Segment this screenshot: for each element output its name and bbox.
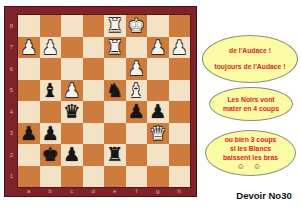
board-squares: ♜♚♟♟♜♟♟♟♝♟♞♝♛♟♟♟♟♛♚♟♜ [18, 15, 190, 187]
square-e1 [104, 166, 126, 188]
square-b7: ♟ [40, 37, 62, 59]
square-g6 [147, 58, 169, 80]
square-c6 [61, 58, 83, 80]
square-a1 [18, 166, 40, 188]
square-f8: ♚ [126, 15, 148, 37]
square-g4: ♟ [147, 101, 169, 123]
square-d2 [83, 144, 105, 166]
rank-label-2: 2 [5, 144, 18, 166]
bubble3-line1: ou bien 3 coups [225, 135, 277, 144]
white-rook-e7: ♜ [104, 37, 126, 59]
bubble2-line2: mater en 4 coups [223, 104, 279, 113]
white-pawn-g7: ♟ [147, 37, 169, 59]
black-king-b2: ♚ [40, 144, 62, 166]
file-label-d: d [83, 187, 105, 196]
bubble3-line3: baissent les bras [223, 153, 278, 162]
white-rook-e8: ♜ [104, 15, 126, 37]
square-h7: ♟ [169, 37, 191, 59]
square-g1 [147, 166, 169, 188]
square-d5 [83, 80, 105, 102]
square-c5: ♟ [61, 80, 83, 102]
rank-label-3: 3 [5, 123, 18, 145]
black-pawn-f4: ♟ [126, 101, 148, 123]
bubble2-line1: Les Noirs vont [227, 95, 274, 104]
annotation-bubble-mate-in-4: Les Noirs vont mater en 4 coups [209, 87, 293, 121]
square-a5 [18, 80, 40, 102]
file-label-f: f [126, 187, 148, 196]
black-bishop-b5: ♝ [40, 80, 62, 102]
exercise-caption: Devoir No30 [230, 190, 298, 201]
square-b4 [40, 101, 62, 123]
square-c2: ♟ [61, 144, 83, 166]
rank-label-6: 6 [5, 58, 18, 80]
square-e5: ♞ [104, 80, 126, 102]
square-g5 [147, 80, 169, 102]
white-pawn-a7: ♟ [18, 37, 40, 59]
square-c4: ♛ [61, 101, 83, 123]
bubble1-line2: toujours de l'Audace ! [214, 63, 285, 71]
file-label-c: c [61, 187, 83, 196]
smiley-icons: ☺ ☺ [237, 162, 265, 171]
square-g8 [147, 15, 169, 37]
bubble1-line1: de l'Audace ! [229, 47, 271, 55]
square-h4 [169, 101, 191, 123]
square-b6 [40, 58, 62, 80]
black-pawn-b3: ♟ [40, 123, 62, 145]
square-e6 [104, 58, 126, 80]
bubble3-line2: si les Blancs [230, 144, 271, 153]
file-label-b: b [40, 187, 62, 196]
square-d4 [83, 101, 105, 123]
square-f4: ♟ [126, 101, 148, 123]
square-c1 [61, 166, 83, 188]
square-b8 [40, 15, 62, 37]
white-pawn-b7: ♟ [40, 37, 62, 59]
white-king-f8: ♚ [126, 15, 148, 37]
square-c8 [61, 15, 83, 37]
square-h5 [169, 80, 191, 102]
square-h1 [169, 166, 191, 188]
black-rook-e2: ♜ [104, 144, 126, 166]
white-bishop-f5: ♝ [126, 80, 148, 102]
square-e7: ♜ [104, 37, 126, 59]
file-label-g: g [147, 187, 169, 196]
square-a6 [18, 58, 40, 80]
square-h2 [169, 144, 191, 166]
square-b3: ♟ [40, 123, 62, 145]
square-g2 [147, 144, 169, 166]
square-e4 [104, 101, 126, 123]
square-a3: ♟ [18, 123, 40, 145]
square-d1 [83, 166, 105, 188]
rank-labels: 87654321 [5, 15, 18, 187]
chess-board: 87654321 ♜♚♟♟♜♟♟♟♝♟♞♝♛♟♟♟♟♛♚♟♜ abcdefgh [4, 6, 197, 197]
white-pawn-h7: ♟ [169, 37, 191, 59]
square-d8 [83, 15, 105, 37]
square-a4 [18, 101, 40, 123]
square-f5: ♝ [126, 80, 148, 102]
file-label-e: e [104, 187, 126, 196]
annotation-bubble-3-coups: ou bien 3 coups si les Blancs baissent l… [205, 130, 296, 176]
square-b2: ♚ [40, 144, 62, 166]
square-g3: ♛ [147, 123, 169, 145]
white-queen-g3: ♛ [147, 123, 169, 145]
square-f2 [126, 144, 148, 166]
square-b5: ♝ [40, 80, 62, 102]
square-h6 [169, 58, 191, 80]
square-c7 [61, 37, 83, 59]
black-pawn-g4: ♟ [147, 101, 169, 123]
square-e3 [104, 123, 126, 145]
black-queen-c4: ♛ [61, 101, 83, 123]
rank-label-4: 4 [5, 101, 18, 123]
square-b1 [40, 166, 62, 188]
file-label-a: a [18, 187, 40, 196]
square-a8 [18, 15, 40, 37]
rank-label-5: 5 [5, 80, 18, 102]
square-a7: ♟ [18, 37, 40, 59]
file-label-h: h [169, 187, 191, 196]
square-d7 [83, 37, 105, 59]
rank-label-8: 8 [5, 15, 18, 37]
black-pawn-c2: ♟ [61, 144, 83, 166]
square-d3 [83, 123, 105, 145]
white-pawn-f6: ♟ [126, 58, 148, 80]
square-f1 [126, 166, 148, 188]
file-labels: abcdefgh [18, 187, 190, 196]
black-pawn-a3: ♟ [18, 123, 40, 145]
square-f7 [126, 37, 148, 59]
white-pawn-c5: ♟ [61, 80, 83, 102]
annotation-bubble-audace: de l'Audace ! toujours de l'Audace ! [202, 35, 298, 83]
square-a2 [18, 144, 40, 166]
black-knight-e5: ♞ [104, 80, 126, 102]
rank-label-7: 7 [5, 37, 18, 59]
square-g7: ♟ [147, 37, 169, 59]
rank-label-1: 1 [5, 166, 18, 188]
square-f3 [126, 123, 148, 145]
square-h3 [169, 123, 191, 145]
square-d6 [83, 58, 105, 80]
square-e8: ♜ [104, 15, 126, 37]
square-h8 [169, 15, 191, 37]
square-c3 [61, 123, 83, 145]
square-e2: ♜ [104, 144, 126, 166]
square-f6: ♟ [126, 58, 148, 80]
